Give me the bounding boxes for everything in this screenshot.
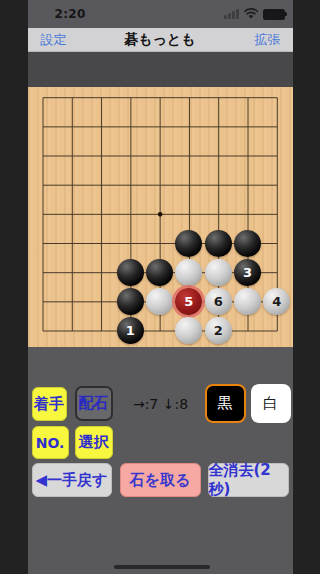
board-intersection[interactable]	[57, 316, 86, 345]
board-intersection[interactable]	[145, 141, 174, 170]
board-intersection[interactable]	[86, 229, 115, 258]
board-intersection[interactable]	[262, 112, 291, 141]
board-intersection[interactable]	[262, 141, 291, 170]
board-intersection[interactable]	[86, 83, 115, 112]
board-intersection[interactable]	[174, 141, 203, 170]
board-intersection[interactable]	[86, 200, 115, 229]
board-intersection[interactable]	[174, 316, 203, 345]
board-intersection[interactable]	[28, 83, 57, 112]
cellular-signal-icon	[224, 9, 239, 19]
board-intersection[interactable]	[145, 316, 174, 345]
board-intersection[interactable]	[204, 83, 233, 112]
board-intersection[interactable]	[28, 316, 57, 345]
black-stone[interactable]	[117, 259, 144, 286]
white-stone[interactable]	[146, 288, 173, 315]
board-intersection[interactable]	[86, 141, 115, 170]
battery-icon	[263, 9, 285, 20]
board-intersection[interactable]	[145, 200, 174, 229]
board-intersection[interactable]	[233, 316, 262, 345]
board-intersection[interactable]	[174, 258, 203, 287]
board-intersection[interactable]	[174, 200, 203, 229]
page-title: 碁もっとも	[28, 31, 293, 49]
board-intersection[interactable]: 2	[204, 316, 233, 345]
board-intersection[interactable]	[116, 83, 145, 112]
app-screen: 2:20 設定 碁もっとも 拡張 356412 着手 配石 →:7 ↓:8 黒 …	[28, 0, 293, 574]
board-intersection[interactable]	[204, 229, 233, 258]
status-icons	[224, 8, 285, 20]
clear-all-button[interactable]: 全消去(2秒)	[208, 463, 289, 497]
board-intersection[interactable]	[204, 200, 233, 229]
place-stone-mode-button[interactable]: 配石	[75, 386, 113, 421]
board-intersection[interactable]	[204, 141, 233, 170]
white-stone[interactable]	[205, 259, 232, 286]
go-board[interactable]: 356412	[28, 87, 293, 347]
board-intersection[interactable]	[86, 316, 115, 345]
board-intersection[interactable]	[145, 171, 174, 200]
control-panel: 着手 配石 →:7 ↓:8 黒 白 NO. 選択 ◀一手戻す 石を取る 全消去(…	[28, 347, 293, 574]
red-stone-5[interactable]: 5	[175, 288, 202, 315]
board-intersection[interactable]: 4	[262, 287, 291, 316]
board-intersection[interactable]: 1	[116, 316, 145, 345]
board-intersection[interactable]	[233, 112, 262, 141]
undo-move-button[interactable]: ◀一手戻す	[32, 463, 112, 497]
board-intersection[interactable]	[57, 112, 86, 141]
board-intersection[interactable]	[145, 229, 174, 258]
board-intersection[interactable]	[116, 200, 145, 229]
black-stone[interactable]	[146, 259, 173, 286]
board-intersection[interactable]	[233, 141, 262, 170]
board-intersection[interactable]	[116, 171, 145, 200]
board-intersection[interactable]	[262, 229, 291, 258]
board-intersection[interactable]	[57, 141, 86, 170]
board-intersection[interactable]	[262, 171, 291, 200]
board-intersection[interactable]	[57, 287, 86, 316]
board-intersection[interactable]	[262, 200, 291, 229]
white-stone[interactable]	[234, 288, 261, 315]
white-stone[interactable]	[175, 317, 202, 344]
black-stone[interactable]	[205, 230, 232, 257]
board-intersection[interactable]	[28, 229, 57, 258]
board-intersection[interactable]	[204, 112, 233, 141]
board-intersection[interactable]	[262, 316, 291, 345]
move-mode-button[interactable]: 着手	[32, 387, 67, 421]
board-intersection[interactable]	[116, 258, 145, 287]
board-intersection[interactable]: 3	[233, 258, 262, 287]
board-intersection[interactable]	[145, 258, 174, 287]
board-intersection[interactable]	[116, 112, 145, 141]
board-intersection[interactable]	[174, 112, 203, 141]
white-color-button[interactable]: 白	[251, 384, 291, 423]
board-intersection[interactable]	[28, 200, 57, 229]
board-intersection[interactable]	[145, 287, 174, 316]
board-intersection[interactable]	[57, 229, 86, 258]
home-indicator[interactable]	[114, 565, 210, 569]
wifi-icon	[243, 8, 259, 20]
white-stone-2[interactable]: 2	[205, 317, 232, 344]
board-intersection[interactable]	[86, 287, 115, 316]
number-toggle-button[interactable]: NO.	[32, 426, 69, 459]
board-intersection[interactable]	[145, 112, 174, 141]
status-bar: 2:20	[28, 0, 293, 28]
board-intersection[interactable]	[28, 287, 57, 316]
board-intersection[interactable]	[116, 141, 145, 170]
board-intersection[interactable]	[233, 229, 262, 258]
board-intersection[interactable]	[233, 287, 262, 316]
board-intersection[interactable]	[204, 258, 233, 287]
board-intersection[interactable]	[116, 287, 145, 316]
board-intersection[interactable]	[57, 200, 86, 229]
settings-button[interactable]: 設定	[41, 28, 67, 52]
board-intersection[interactable]	[116, 229, 145, 258]
board-grid: 356412	[28, 83, 292, 345]
coordinate-display: →:7 ↓:8	[126, 396, 196, 412]
board-intersection[interactable]: 5	[174, 287, 203, 316]
board-intersection[interactable]	[174, 83, 203, 112]
board-intersection[interactable]	[174, 171, 203, 200]
board-intersection[interactable]	[28, 258, 57, 287]
board-intersection[interactable]	[145, 83, 174, 112]
black-stone[interactable]	[117, 288, 144, 315]
select-button[interactable]: 選択	[75, 426, 113, 459]
white-stone-4[interactable]: 4	[263, 288, 290, 315]
board-intersection[interactable]	[262, 83, 291, 112]
board-intersection[interactable]	[204, 171, 233, 200]
white-stone-6[interactable]: 6	[205, 288, 232, 315]
capture-stone-button[interactable]: 石を取る	[120, 463, 201, 497]
white-stone[interactable]	[175, 259, 202, 286]
board-intersection[interactable]	[57, 83, 86, 112]
clock: 2:20	[55, 7, 86, 21]
board-intersection[interactable]	[86, 171, 115, 200]
board-intersection[interactable]: 6	[204, 287, 233, 316]
board-intersection[interactable]	[233, 171, 262, 200]
board-intersection[interactable]	[57, 258, 86, 287]
black-stone[interactable]	[175, 230, 202, 257]
black-stone[interactable]	[234, 230, 261, 257]
board-intersection[interactable]	[28, 171, 57, 200]
board-intersection[interactable]	[233, 83, 262, 112]
black-color-button[interactable]: 黒	[205, 384, 246, 423]
black-stone-1[interactable]: 1	[117, 317, 144, 344]
nav-bar: 設定 碁もっとも 拡張	[28, 28, 293, 52]
board-intersection[interactable]	[57, 171, 86, 200]
expand-button[interactable]: 拡張	[255, 28, 281, 52]
board-intersection[interactable]	[86, 112, 115, 141]
board-intersection[interactable]	[28, 141, 57, 170]
board-intersection[interactable]	[174, 229, 203, 258]
board-intersection[interactable]	[86, 258, 115, 287]
board-intersection[interactable]	[262, 258, 291, 287]
black-stone-3[interactable]: 3	[234, 259, 261, 286]
board-intersection[interactable]	[28, 112, 57, 141]
board-intersection[interactable]	[233, 200, 262, 229]
